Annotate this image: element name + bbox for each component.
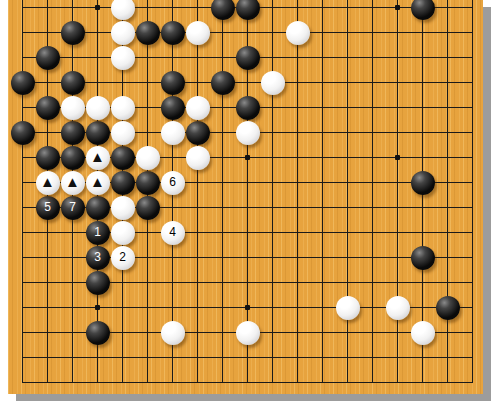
black-stone[interactable] bbox=[186, 121, 210, 145]
white-stone[interactable] bbox=[186, 21, 210, 45]
star-point bbox=[395, 5, 400, 10]
black-stone[interactable]: 1 bbox=[86, 221, 110, 245]
black-stone[interactable] bbox=[211, 71, 235, 95]
triangle-mark-icon: ▲ bbox=[36, 170, 60, 194]
triangle-mark-icon: ▲ bbox=[61, 170, 85, 194]
black-stone[interactable] bbox=[136, 196, 160, 220]
white-stone[interactable]: 2 bbox=[111, 246, 135, 270]
white-stone[interactable] bbox=[61, 96, 85, 120]
black-stone[interactable] bbox=[61, 71, 85, 95]
grid-hline bbox=[22, 382, 473, 383]
star-point bbox=[95, 305, 100, 310]
white-stone[interactable] bbox=[186, 146, 210, 170]
black-stone[interactable] bbox=[236, 0, 260, 20]
black-stone[interactable] bbox=[36, 46, 60, 70]
white-stone[interactable]: ▲ bbox=[36, 171, 60, 195]
black-stone[interactable] bbox=[36, 96, 60, 120]
white-stone[interactable] bbox=[111, 46, 135, 70]
white-stone[interactable] bbox=[236, 321, 260, 345]
white-stone[interactable] bbox=[111, 21, 135, 45]
black-stone[interactable] bbox=[136, 21, 160, 45]
black-stone[interactable]: 7 bbox=[61, 196, 85, 220]
move-number-label: 3 bbox=[86, 246, 110, 270]
black-stone[interactable] bbox=[236, 46, 260, 70]
white-stone[interactable] bbox=[111, 221, 135, 245]
white-stone[interactable] bbox=[86, 96, 110, 120]
white-stone[interactable]: ▲ bbox=[86, 171, 110, 195]
move-number-label: 7 bbox=[61, 196, 85, 220]
black-stone[interactable]: 5 bbox=[36, 196, 60, 220]
white-stone[interactable] bbox=[386, 296, 410, 320]
black-stone[interactable] bbox=[61, 121, 85, 145]
go-board[interactable]: 5713▲▲▲▲642 bbox=[8, 0, 483, 394]
black-stone[interactable] bbox=[86, 271, 110, 295]
move-number-label: 1 bbox=[86, 221, 110, 245]
white-stone[interactable] bbox=[136, 146, 160, 170]
white-stone[interactable] bbox=[336, 296, 360, 320]
grid-hline bbox=[22, 82, 473, 83]
white-stone[interactable]: ▲ bbox=[61, 171, 85, 195]
white-stone[interactable] bbox=[411, 321, 435, 345]
black-stone[interactable] bbox=[161, 21, 185, 45]
black-stone[interactable] bbox=[11, 121, 35, 145]
black-stone[interactable] bbox=[36, 146, 60, 170]
move-number-label: 4 bbox=[161, 221, 185, 245]
grid-hline bbox=[22, 357, 473, 358]
black-stone[interactable] bbox=[236, 96, 260, 120]
star-point bbox=[245, 155, 250, 160]
move-number-label: 2 bbox=[111, 246, 135, 270]
star-point bbox=[395, 155, 400, 160]
white-stone[interactable]: 6 bbox=[161, 171, 185, 195]
star-point bbox=[245, 305, 250, 310]
black-stone[interactable] bbox=[111, 171, 135, 195]
black-stone[interactable] bbox=[61, 146, 85, 170]
black-stone[interactable]: 3 bbox=[86, 246, 110, 270]
white-stone[interactable] bbox=[111, 121, 135, 145]
move-number-label: 6 bbox=[161, 171, 185, 195]
black-stone[interactable] bbox=[61, 21, 85, 45]
black-stone[interactable] bbox=[86, 321, 110, 345]
black-stone[interactable] bbox=[411, 246, 435, 270]
black-stone[interactable] bbox=[436, 296, 460, 320]
white-stone[interactable]: ▲ bbox=[86, 146, 110, 170]
black-stone[interactable] bbox=[11, 71, 35, 95]
triangle-mark-icon: ▲ bbox=[86, 145, 110, 169]
white-stone[interactable] bbox=[111, 96, 135, 120]
move-number-label: 5 bbox=[36, 196, 60, 220]
white-stone[interactable] bbox=[161, 321, 185, 345]
black-stone[interactable] bbox=[111, 146, 135, 170]
go-diagram-page: { "game": "go", "board": { "full_size": … bbox=[0, 0, 500, 410]
triangle-mark-icon: ▲ bbox=[86, 170, 110, 194]
white-stone[interactable] bbox=[161, 121, 185, 145]
black-stone[interactable] bbox=[211, 0, 235, 20]
black-stone[interactable] bbox=[86, 196, 110, 220]
white-stone[interactable] bbox=[111, 0, 135, 20]
white-stone[interactable] bbox=[111, 196, 135, 220]
black-stone[interactable] bbox=[411, 0, 435, 20]
black-stone[interactable] bbox=[161, 71, 185, 95]
black-stone[interactable] bbox=[86, 121, 110, 145]
white-stone[interactable] bbox=[261, 71, 285, 95]
star-point bbox=[95, 5, 100, 10]
white-stone[interactable] bbox=[186, 96, 210, 120]
grid-hline bbox=[22, 32, 473, 33]
black-stone[interactable] bbox=[411, 171, 435, 195]
black-stone[interactable] bbox=[136, 171, 160, 195]
black-stone[interactable] bbox=[161, 96, 185, 120]
white-stone[interactable] bbox=[286, 21, 310, 45]
white-stone[interactable]: 4 bbox=[161, 221, 185, 245]
white-stone[interactable] bbox=[236, 121, 260, 145]
